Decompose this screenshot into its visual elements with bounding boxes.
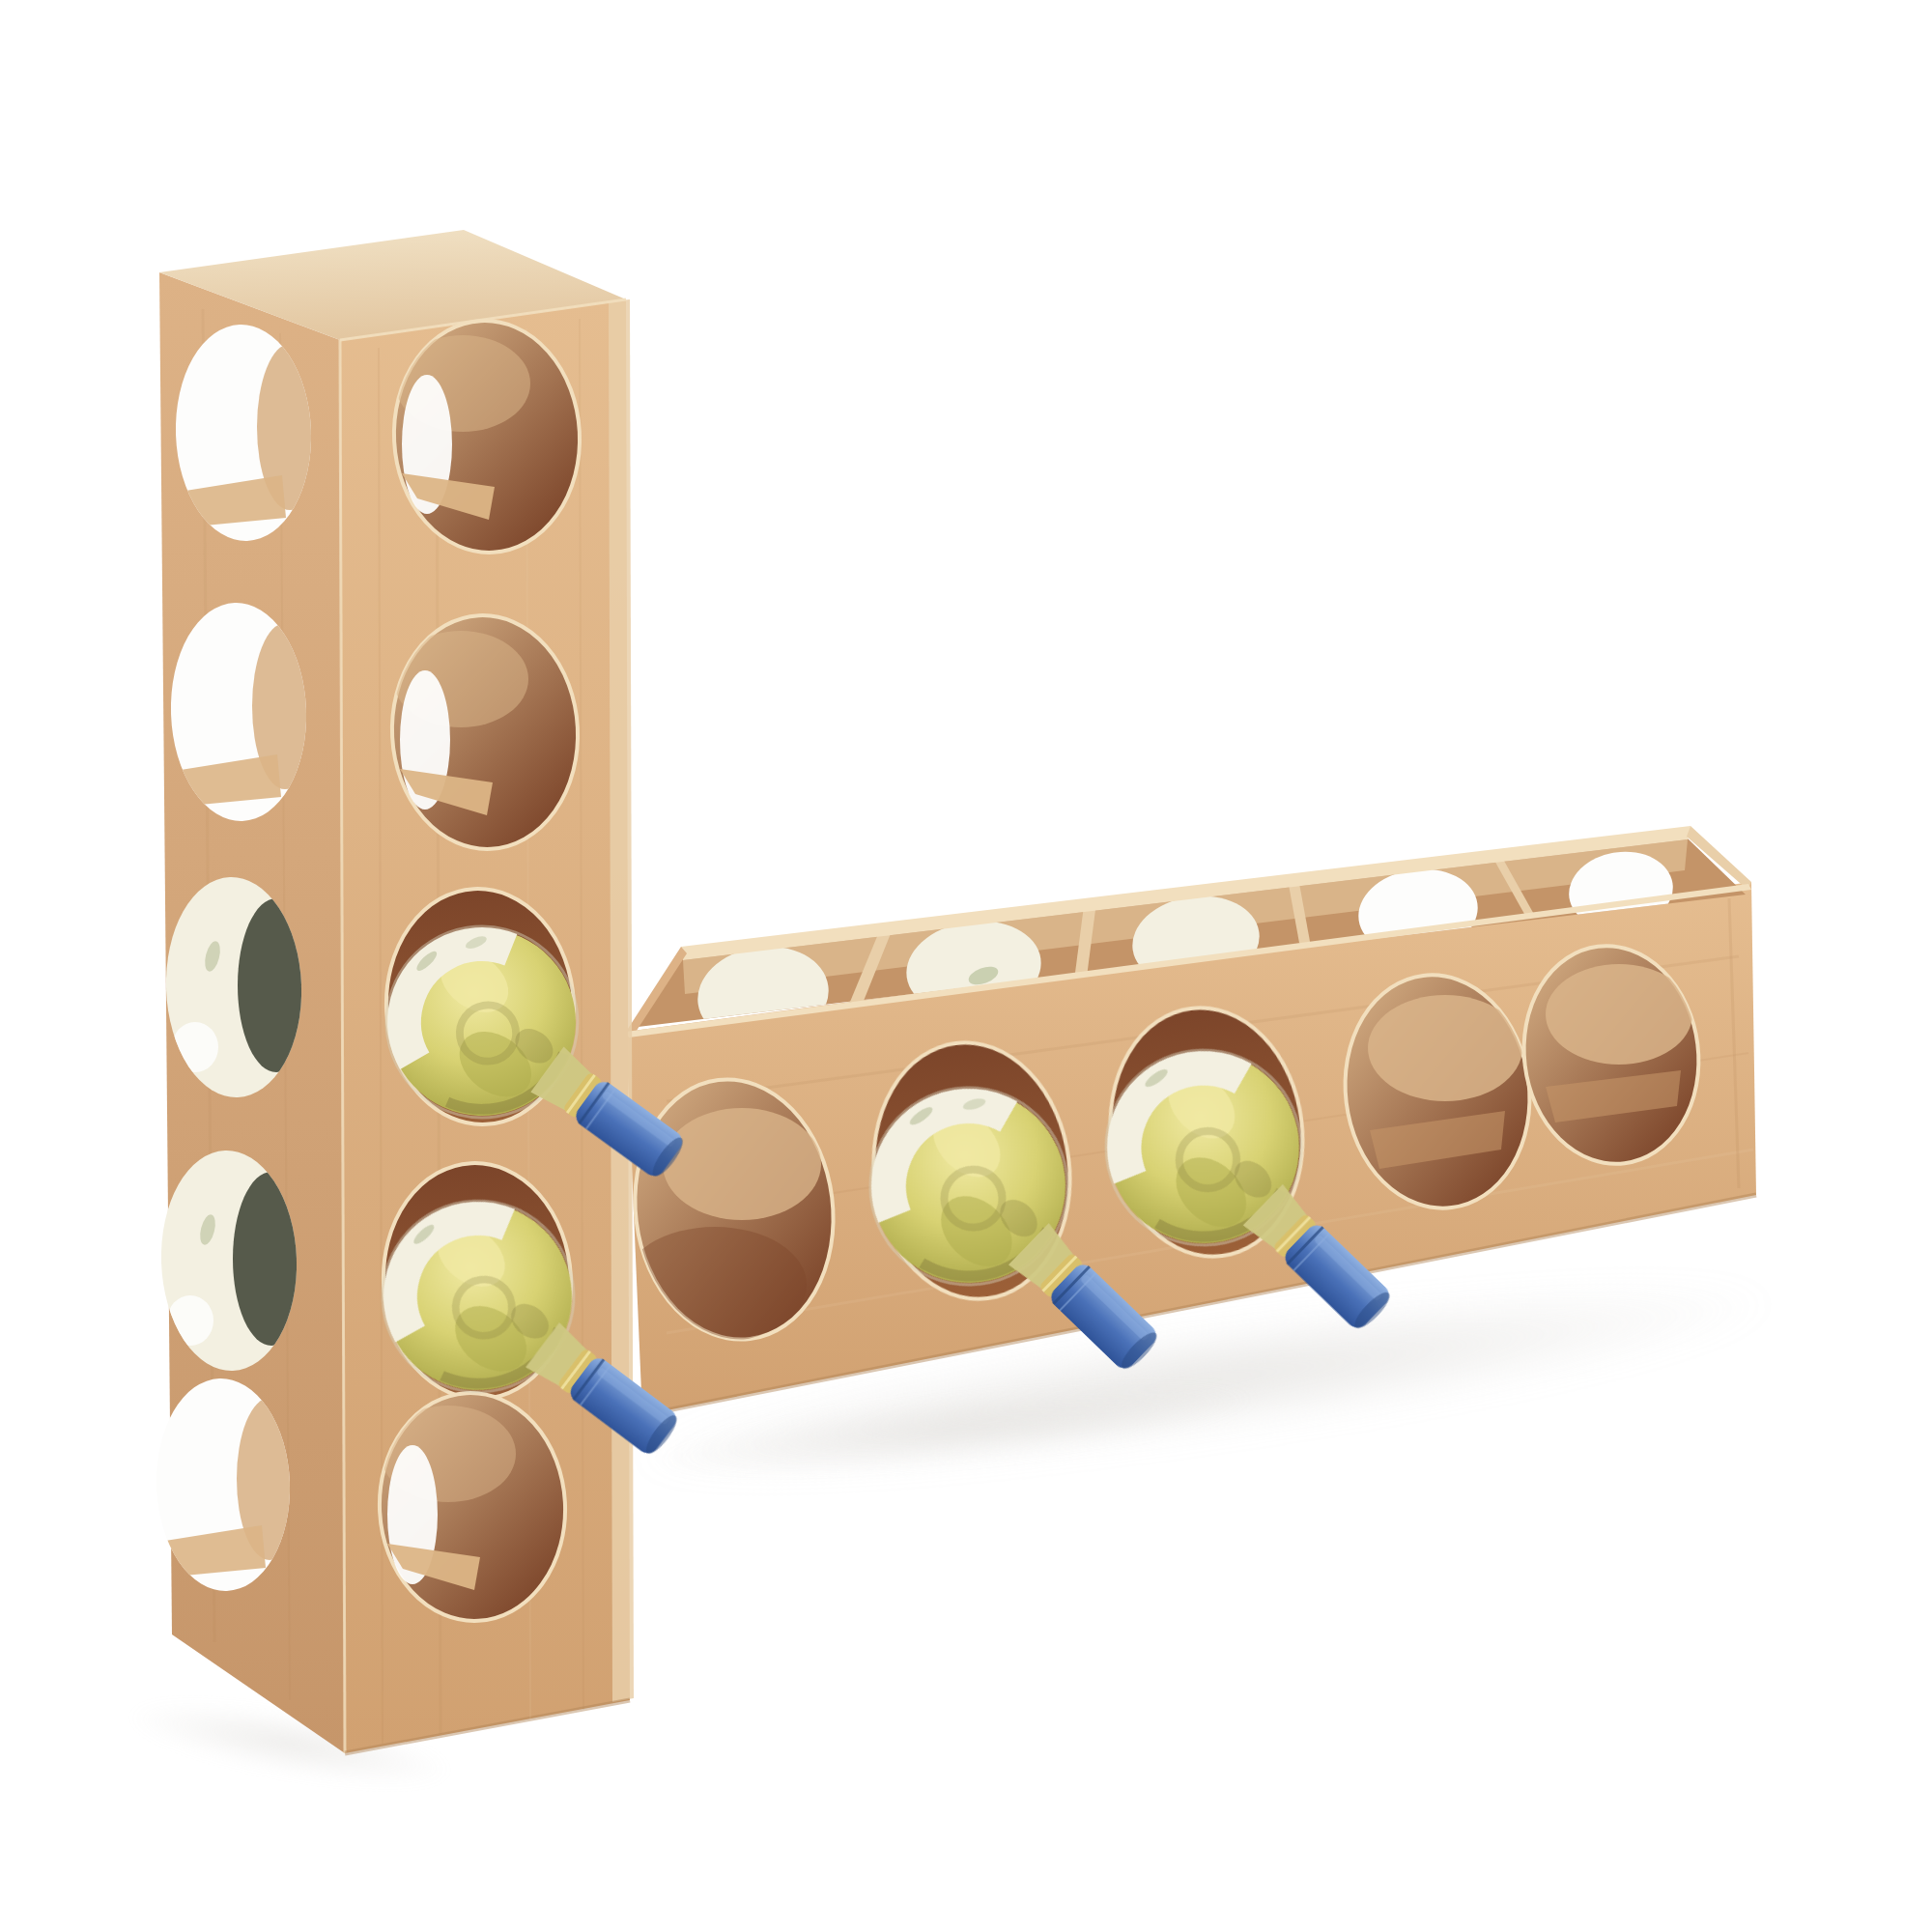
front-right-edge bbox=[609, 299, 634, 1702]
product-photo bbox=[0, 0, 1932, 1932]
